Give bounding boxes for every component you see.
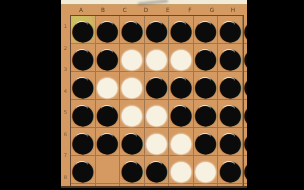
white-disc: ● (145, 129, 168, 155)
black-disc: ● (120, 128, 144, 155)
square-c3[interactable]: ● (120, 72, 145, 100)
square-e1[interactable]: ● (169, 16, 194, 44)
black-disc: ● (145, 156, 169, 183)
square-e6[interactable]: ● (169, 156, 194, 184)
black-disc: ● (218, 100, 242, 127)
square-b2[interactable]: ● (96, 44, 121, 72)
square-g4[interactable]: ● (218, 100, 243, 128)
square-g6[interactable]: ● (218, 156, 243, 184)
square-d6[interactable]: ● (145, 156, 170, 184)
column-label-g: G (202, 6, 220, 14)
black-disc: ● (71, 16, 95, 43)
black-disc: ● (194, 128, 218, 155)
square-e5[interactable]: ● (169, 128, 194, 156)
black-disc: ● (145, 72, 169, 99)
square-a5[interactable]: ● (71, 128, 96, 156)
row-label-4: 4 (62, 82, 69, 99)
black-disc: ● (218, 44, 242, 71)
square-a1[interactable]: ● (71, 16, 96, 44)
white-disc: ● (170, 157, 193, 183)
black-disc: ● (71, 44, 95, 71)
letterbox-left (0, 0, 61, 190)
board: ●●●●●●●●●●●●●●●●●●●●●●●●●●●●●●●●●●●●●●●●… (70, 15, 244, 187)
square-d4[interactable]: ● (145, 100, 170, 128)
black-disc: ● (71, 72, 95, 99)
black-disc: ● (218, 128, 242, 155)
square-b5[interactable]: ● (96, 128, 121, 156)
square-d3[interactable]: ● (145, 72, 170, 100)
square-g2[interactable]: ● (218, 44, 243, 72)
black-disc: ● (96, 128, 120, 155)
row-label-5: 5 (62, 103, 69, 120)
square-f6[interactable]: ● (194, 156, 219, 184)
square-a3[interactable]: ● (71, 72, 96, 100)
black-disc: ● (194, 100, 218, 127)
square-f4[interactable]: ● (194, 100, 219, 128)
square-c5[interactable]: ● (120, 128, 145, 156)
white-disc: ● (194, 157, 217, 183)
black-disc: ● (145, 16, 169, 43)
black-disc: ● (218, 156, 242, 183)
square-e4[interactable]: ● (169, 100, 194, 128)
square-f5[interactable]: ● (194, 128, 219, 156)
row-label-3: 3 (62, 60, 69, 77)
square-c1[interactable]: ● (120, 16, 145, 44)
black-disc: ● (169, 100, 193, 127)
row-labels: 12345678 (61, 15, 70, 187)
square-a4[interactable]: ● (71, 100, 96, 128)
white-disc: ● (145, 101, 168, 127)
white-disc: ● (170, 129, 193, 155)
white-disc: ● (96, 73, 119, 99)
square-f3[interactable]: ● (194, 72, 219, 100)
black-disc: ● (169, 16, 193, 43)
black-disc: ● (71, 100, 95, 127)
square-a6[interactable]: ● (71, 156, 96, 184)
black-disc: ● (218, 72, 242, 99)
column-label-a: A (72, 6, 90, 14)
row-label-1: 1 (62, 17, 69, 34)
square-e2[interactable]: ● (169, 44, 194, 72)
square-g1[interactable]: ● (218, 16, 243, 44)
square-g3[interactable]: ● (218, 72, 243, 100)
black-disc: ● (194, 44, 218, 71)
square-b1[interactable]: ● (96, 16, 121, 44)
white-disc: ● (121, 45, 144, 71)
column-label-d: D (137, 6, 155, 14)
square-c4[interactable]: ● (120, 100, 145, 128)
black-disc: ● (96, 100, 120, 127)
white-disc: ● (145, 45, 168, 71)
black-disc: ● (218, 16, 242, 43)
square-f1[interactable]: ● (194, 16, 219, 44)
column-label-b: B (94, 6, 112, 14)
black-disc: ● (71, 128, 95, 155)
square-b4[interactable]: ● (96, 100, 121, 128)
row-label-2: 2 (62, 39, 69, 56)
letterbox-right (247, 0, 304, 190)
square-c2[interactable]: ● (120, 44, 145, 72)
column-label-h: H (224, 6, 242, 14)
white-disc: ● (170, 45, 193, 71)
square-b3[interactable]: ● (96, 72, 121, 100)
white-disc: ● (121, 101, 144, 127)
row-label-6: 6 (62, 125, 69, 142)
column-label-e: E (159, 6, 177, 14)
black-disc: ● (96, 44, 120, 71)
column-label-c: C (115, 6, 133, 14)
black-disc: ● (120, 156, 144, 183)
black-disc: ● (194, 72, 218, 99)
row-label-7: 7 (62, 146, 69, 163)
black-disc: ● (194, 16, 218, 43)
white-disc: ● (121, 73, 144, 99)
bottom-black-strip (61, 188, 247, 190)
black-disc: ● (96, 16, 120, 43)
column-label-f: F (181, 6, 199, 14)
square-a2[interactable]: ● (71, 44, 96, 72)
square-b6[interactable] (96, 156, 121, 184)
square-g5[interactable]: ● (218, 128, 243, 156)
black-disc: ● (71, 156, 95, 183)
square-c6[interactable]: ● (120, 156, 145, 184)
black-disc: ● (120, 16, 144, 43)
video-frame-content: ABCDEFGH 12345678 ●●●●●●●●●●●●●●●●●●●●●●… (61, 0, 247, 190)
square-e3[interactable]: ● (169, 72, 194, 100)
square-f2[interactable]: ● (194, 44, 219, 72)
square-d2[interactable]: ● (145, 44, 170, 72)
square-d5[interactable]: ● (145, 128, 170, 156)
black-disc: ● (169, 72, 193, 99)
row-label-8: 8 (62, 168, 69, 185)
square-d1[interactable]: ● (145, 16, 170, 44)
